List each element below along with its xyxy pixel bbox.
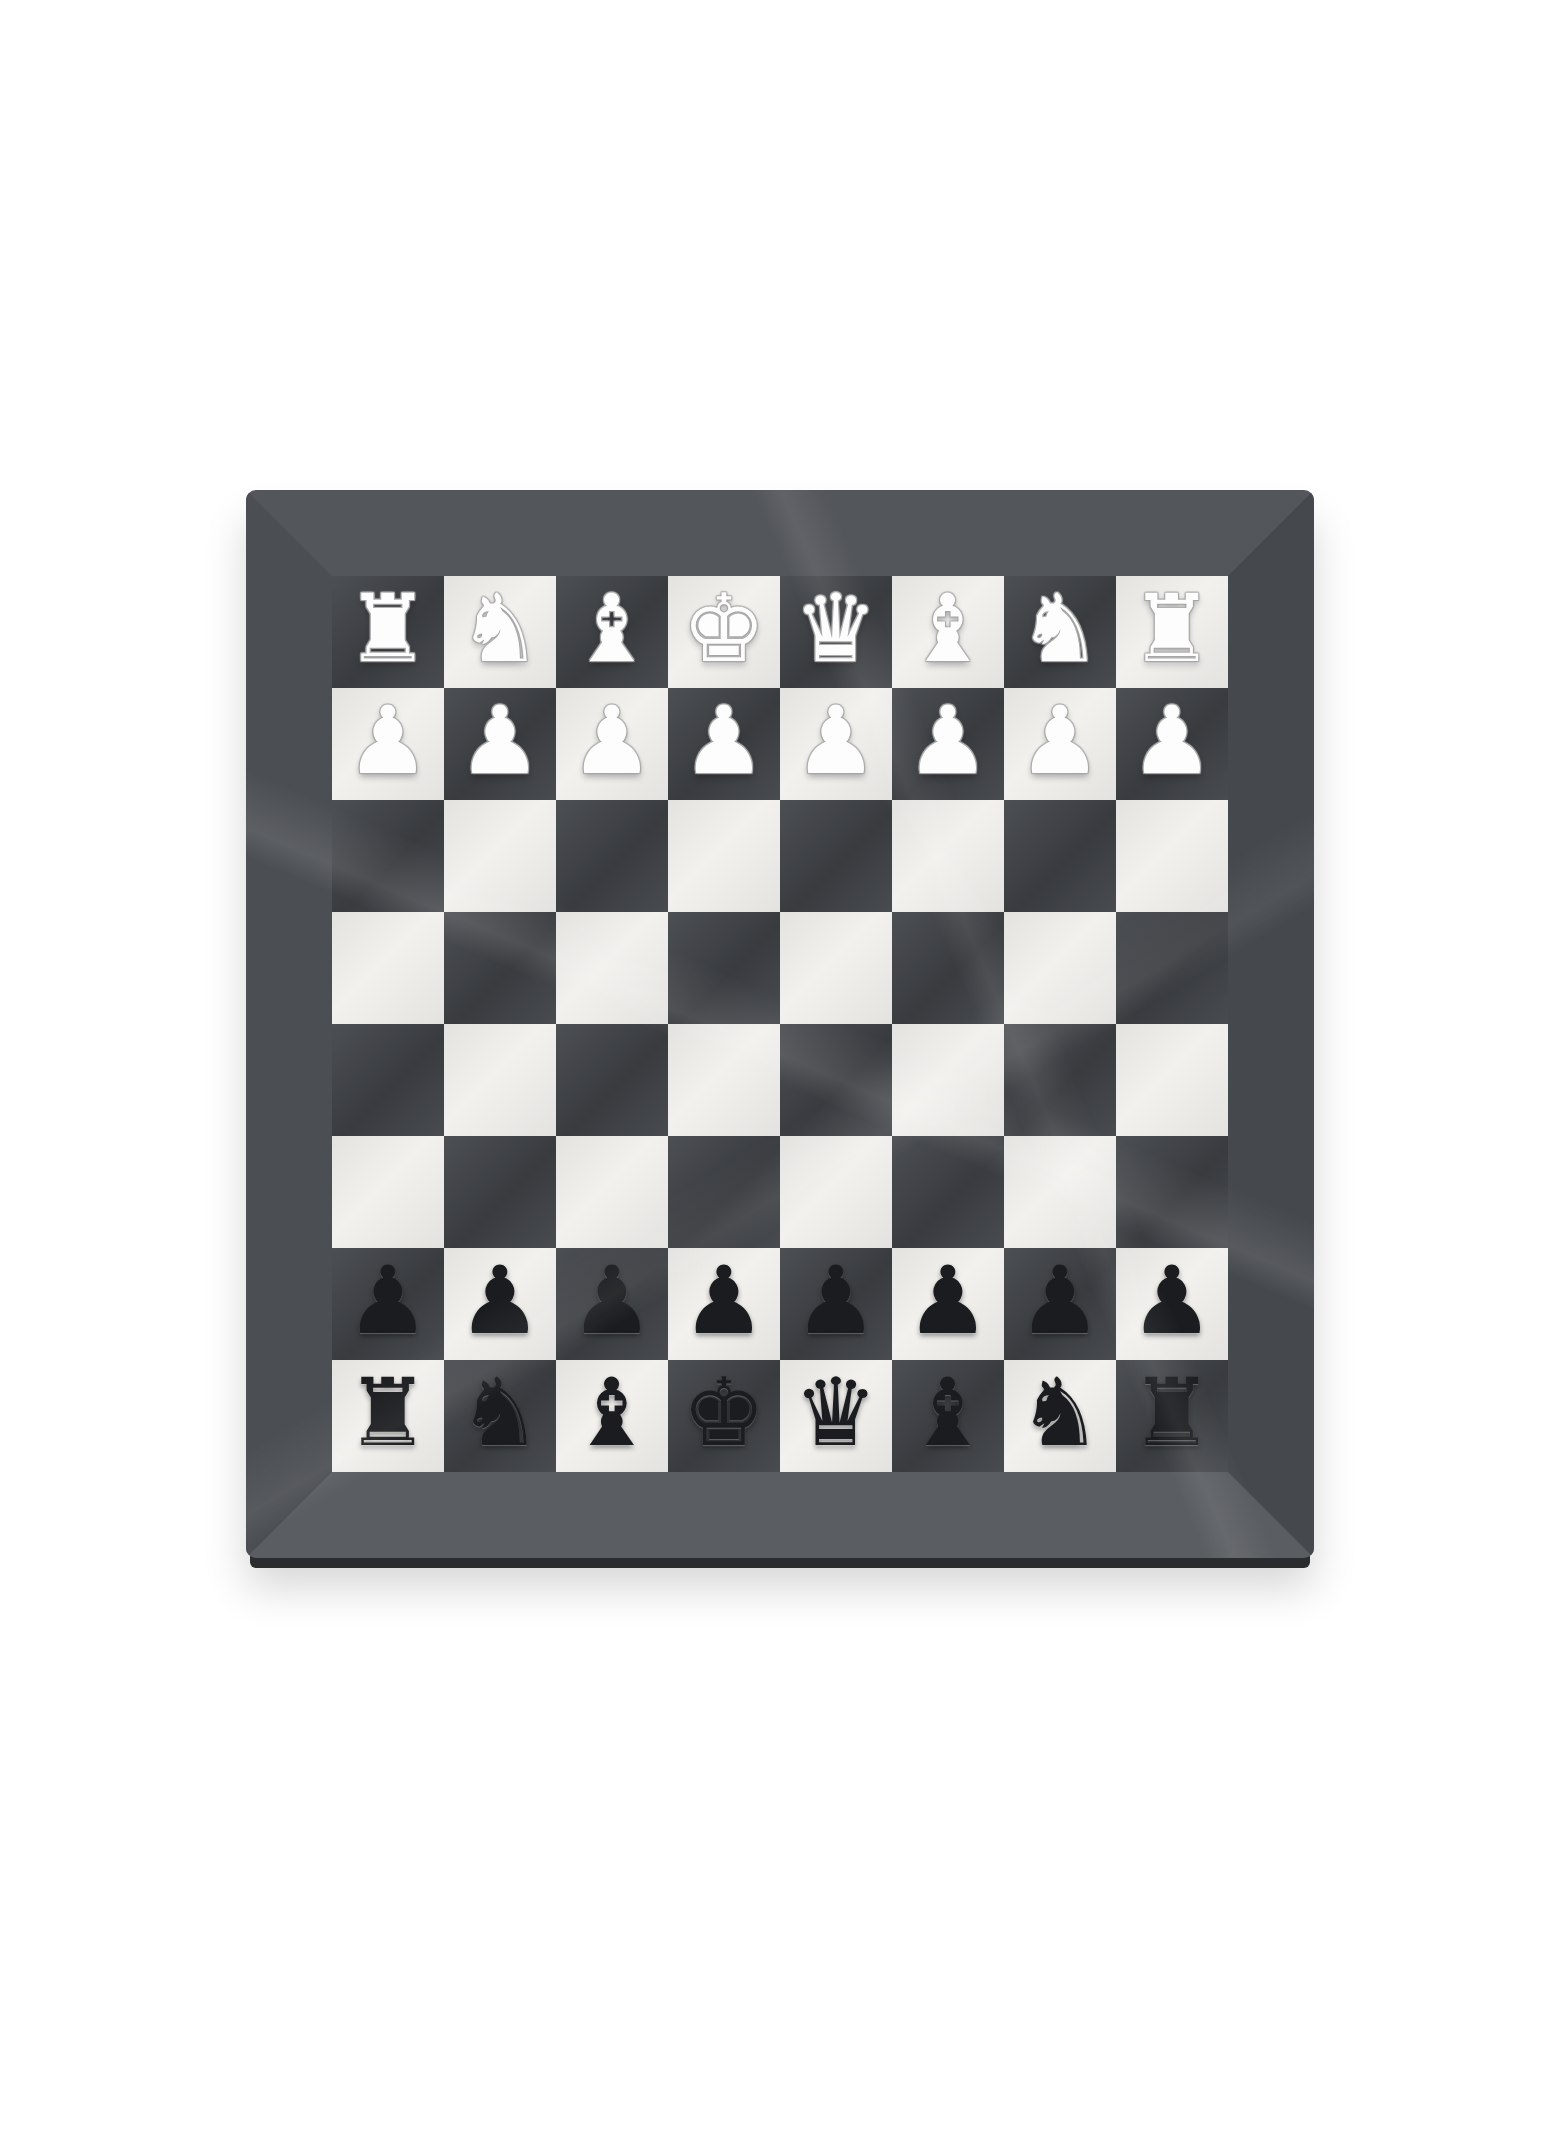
square-a8[interactable]: ♜: [1116, 1360, 1228, 1472]
square-h4[interactable]: [332, 912, 444, 1024]
white-knight: ♞: [458, 582, 542, 676]
square-a4[interactable]: [1116, 912, 1228, 1024]
white-pawn: ♟: [1018, 694, 1102, 788]
board-grid: ♜♞♝♚♛♝♞♜♟♟♟♟♟♟♟♟♟♟♟♟♟♟♟♟♜♞♝♚♛♝♞♜: [332, 576, 1228, 1472]
square-f3[interactable]: [556, 800, 668, 912]
white-pawn: ♟: [346, 694, 430, 788]
square-e5[interactable]: [668, 1024, 780, 1136]
square-g2[interactable]: ♟: [444, 688, 556, 800]
black-knight: ♞: [458, 1366, 542, 1460]
black-pawn: ♟: [794, 1254, 878, 1348]
square-g8[interactable]: ♞: [444, 1360, 556, 1472]
square-e7[interactable]: ♟: [668, 1248, 780, 1360]
white-pawn: ♟: [906, 694, 990, 788]
square-d1[interactable]: ♛: [780, 576, 892, 688]
square-e4[interactable]: [668, 912, 780, 1024]
square-e3[interactable]: [668, 800, 780, 912]
square-b2[interactable]: ♟: [1004, 688, 1116, 800]
square-f6[interactable]: [556, 1136, 668, 1248]
square-h3[interactable]: [332, 800, 444, 912]
white-pawn: ♟: [682, 694, 766, 788]
square-g7[interactable]: ♟: [444, 1248, 556, 1360]
white-queen: ♛: [794, 582, 878, 676]
square-a1[interactable]: ♜: [1116, 576, 1228, 688]
square-d3[interactable]: [780, 800, 892, 912]
square-d8[interactable]: ♛: [780, 1360, 892, 1472]
black-pawn: ♟: [458, 1254, 542, 1348]
square-c4[interactable]: [892, 912, 1004, 1024]
square-f8[interactable]: ♝: [556, 1360, 668, 1472]
white-pawn: ♟: [570, 694, 654, 788]
square-d6[interactable]: [780, 1136, 892, 1248]
square-a6[interactable]: [1116, 1136, 1228, 1248]
photo-background: ♜♞♝♚♛♝♞♜♟♟♟♟♟♟♟♟♟♟♟♟♟♟♟♟♜♞♝♚♛♝♞♜: [0, 0, 1560, 2137]
square-e6[interactable]: [668, 1136, 780, 1248]
chess-board: ♜♞♝♚♛♝♞♜♟♟♟♟♟♟♟♟♟♟♟♟♟♟♟♟♜♞♝♚♛♝♞♜: [246, 490, 1314, 1558]
white-bishop: ♝: [570, 582, 654, 676]
black-pawn: ♟: [570, 1254, 654, 1348]
square-c8[interactable]: ♝: [892, 1360, 1004, 1472]
square-f1[interactable]: ♝: [556, 576, 668, 688]
square-e2[interactable]: ♟: [668, 688, 780, 800]
white-pawn: ♟: [458, 694, 542, 788]
white-king: ♚: [682, 582, 766, 676]
square-a3[interactable]: [1116, 800, 1228, 912]
square-d7[interactable]: ♟: [780, 1248, 892, 1360]
black-bishop: ♝: [570, 1366, 654, 1460]
square-c5[interactable]: [892, 1024, 1004, 1136]
black-queen: ♛: [794, 1366, 878, 1460]
square-g4[interactable]: [444, 912, 556, 1024]
square-g5[interactable]: [444, 1024, 556, 1136]
square-h5[interactable]: [332, 1024, 444, 1136]
square-c1[interactable]: ♝: [892, 576, 1004, 688]
square-h8[interactable]: ♜: [332, 1360, 444, 1472]
black-king: ♚: [682, 1366, 766, 1460]
square-c7[interactable]: ♟: [892, 1248, 1004, 1360]
black-knight: ♞: [1018, 1366, 1102, 1460]
square-b1[interactable]: ♞: [1004, 576, 1116, 688]
black-rook: ♜: [346, 1366, 430, 1460]
black-pawn: ♟: [346, 1254, 430, 1348]
square-c3[interactable]: [892, 800, 1004, 912]
black-pawn: ♟: [1130, 1254, 1214, 1348]
white-pawn: ♟: [794, 694, 878, 788]
square-h1[interactable]: ♜: [332, 576, 444, 688]
square-h6[interactable]: [332, 1136, 444, 1248]
square-a5[interactable]: [1116, 1024, 1228, 1136]
square-h2[interactable]: ♟: [332, 688, 444, 800]
white-bishop: ♝: [906, 582, 990, 676]
square-b6[interactable]: [1004, 1136, 1116, 1248]
square-f7[interactable]: ♟: [556, 1248, 668, 1360]
white-rook: ♜: [346, 582, 430, 676]
square-b8[interactable]: ♞: [1004, 1360, 1116, 1472]
square-e1[interactable]: ♚: [668, 576, 780, 688]
square-e8[interactable]: ♚: [668, 1360, 780, 1472]
white-knight: ♞: [1018, 582, 1102, 676]
square-g1[interactable]: ♞: [444, 576, 556, 688]
square-b5[interactable]: [1004, 1024, 1116, 1136]
square-f4[interactable]: [556, 912, 668, 1024]
square-b4[interactable]: [1004, 912, 1116, 1024]
black-pawn: ♟: [906, 1254, 990, 1348]
white-pawn: ♟: [1130, 694, 1214, 788]
square-a7[interactable]: ♟: [1116, 1248, 1228, 1360]
square-a2[interactable]: ♟: [1116, 688, 1228, 800]
square-c2[interactable]: ♟: [892, 688, 1004, 800]
square-b3[interactable]: [1004, 800, 1116, 912]
square-f5[interactable]: [556, 1024, 668, 1136]
black-pawn: ♟: [682, 1254, 766, 1348]
black-bishop: ♝: [906, 1366, 990, 1460]
square-d5[interactable]: [780, 1024, 892, 1136]
white-rook: ♜: [1130, 582, 1214, 676]
square-g3[interactable]: [444, 800, 556, 912]
square-d2[interactable]: ♟: [780, 688, 892, 800]
black-pawn: ♟: [1018, 1254, 1102, 1348]
square-d4[interactable]: [780, 912, 892, 1024]
black-rook: ♜: [1130, 1366, 1214, 1460]
square-b7[interactable]: ♟: [1004, 1248, 1116, 1360]
square-c6[interactable]: [892, 1136, 1004, 1248]
square-h7[interactable]: ♟: [332, 1248, 444, 1360]
square-f2[interactable]: ♟: [556, 688, 668, 800]
square-g6[interactable]: [444, 1136, 556, 1248]
